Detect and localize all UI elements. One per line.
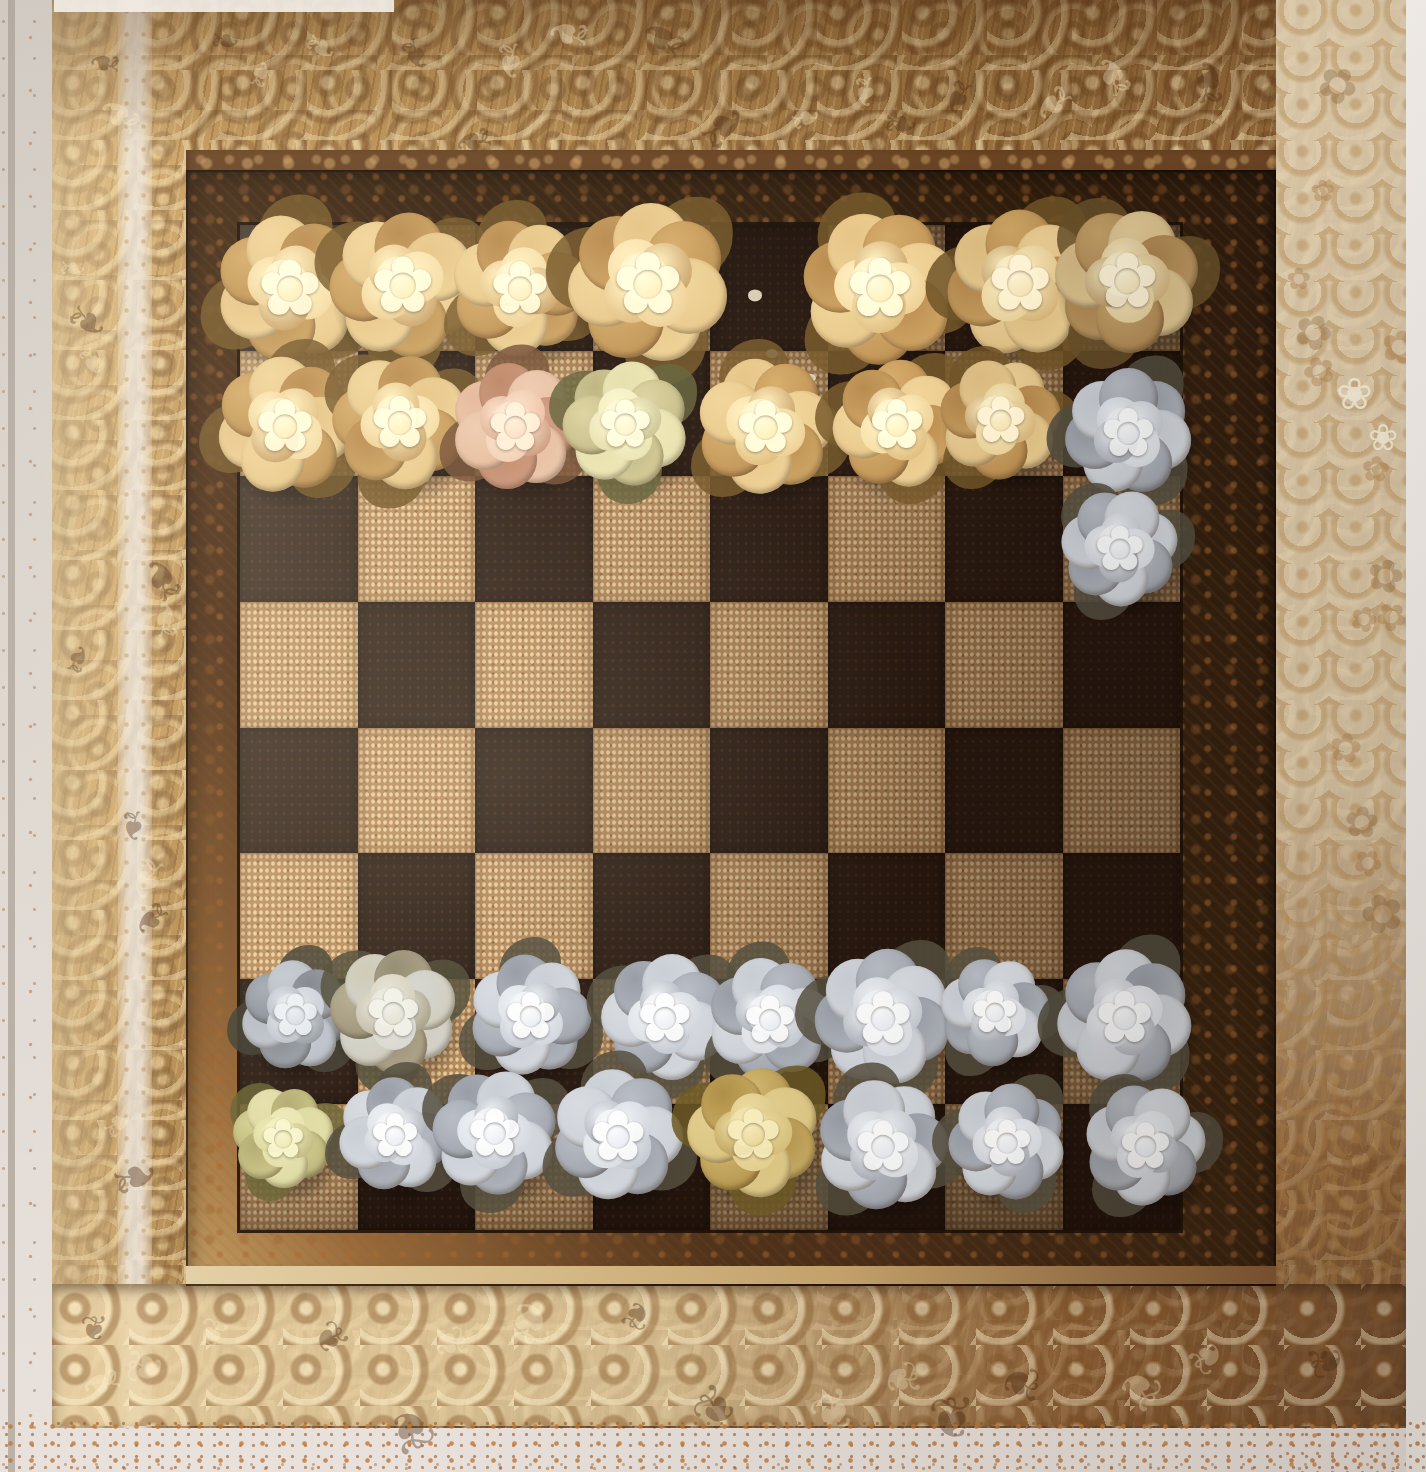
flower-icon: ✿	[988, 238, 1053, 328]
square-f4[interactable]	[828, 728, 946, 854]
flower-icon: ✿	[1095, 236, 1159, 325]
square-h4[interactable]	[1063, 728, 1181, 854]
wall-speckles-bottom	[0, 1418, 1426, 1472]
flower-icon: ✿	[261, 1106, 306, 1169]
chess-board: ✿✿✿✿✿✿✿✿✿✿✿✿✿✿✿✿✿✿✿✿✿✿✿✿✿✿✿✿✿✿✿✿	[240, 225, 1180, 1230]
square-d5[interactable]	[593, 602, 711, 728]
frame-top-band	[52, 0, 1408, 150]
square-c4[interactable]	[475, 728, 593, 854]
frame-inner-ledge-bottom	[186, 1266, 1276, 1284]
square-a4[interactable]	[240, 728, 358, 854]
square-b4[interactable]	[358, 728, 476, 854]
flower-icon: ✿	[1094, 511, 1146, 584]
square-d4[interactable]	[593, 728, 711, 854]
flower-icon: ✿	[370, 240, 435, 330]
square-g5[interactable]	[945, 602, 1063, 728]
flower-icon: ✿	[970, 978, 1019, 1046]
flower-icon: ✿	[370, 1100, 421, 1170]
frame-right-band	[1276, 0, 1407, 1428]
flower-icon: ✿	[735, 384, 796, 469]
flower-icon: ✿	[257, 243, 322, 333]
flower-icon: ✿	[589, 1094, 647, 1175]
flower-icon: ✿	[487, 387, 544, 466]
frame-bottom-band	[52, 1284, 1408, 1426]
flower-icon: ✿	[724, 1092, 782, 1173]
flower-icon: ✿	[255, 382, 316, 467]
wall-strip-right	[1406, 0, 1426, 1472]
flower-icon: ✿	[503, 977, 557, 1052]
square-c5[interactable]	[475, 602, 593, 728]
flower-icon: ✿	[1118, 1107, 1172, 1182]
frame-white-band	[118, 0, 152, 1428]
flower-icon: ✿	[637, 977, 694, 1056]
square-a5[interactable]	[240, 602, 358, 728]
flower-icon: ✿	[852, 974, 913, 1059]
scene: ❧❧❧❧❧❧❧❧❧❧❧❧❧❧❧❧❧❧❧❧❧❧❧❧❧❧❧❧❧❧✿✿✿✿✿✿✿✿✿✿…	[0, 0, 1426, 1472]
square-g6[interactable]	[945, 476, 1063, 602]
wall-strip-top-left	[54, 0, 394, 12]
square-g4[interactable]	[945, 728, 1063, 854]
flower-icon: ✿	[612, 233, 684, 333]
flower-icon: ✿	[868, 384, 926, 464]
flower-icon: ✿	[598, 385, 654, 463]
flower-icon: ✿	[271, 981, 320, 1049]
flower-icon: ✿	[846, 240, 915, 335]
flower-icon: ✿	[1094, 975, 1154, 1059]
square-e5[interactable]	[710, 602, 828, 728]
flower-icon: ✿	[365, 972, 422, 1051]
flower-icon: ✿	[467, 1094, 523, 1172]
flower-icon: ✿	[370, 380, 430, 464]
flower-icon: ✿	[854, 1104, 912, 1185]
square-h5[interactable]	[1063, 602, 1181, 728]
wall-edge-line	[8, 0, 15, 1472]
square-e4[interactable]	[710, 728, 828, 854]
square-f5[interactable]	[828, 602, 946, 728]
flower-icon: ✿	[743, 981, 798, 1057]
flower-icon: ✿	[981, 1105, 1033, 1178]
square-b5[interactable]	[358, 602, 476, 728]
flower-icon: ✿	[1100, 393, 1157, 472]
flower-icon: ✿	[973, 381, 1027, 456]
flower-icon: ✿	[490, 245, 551, 330]
